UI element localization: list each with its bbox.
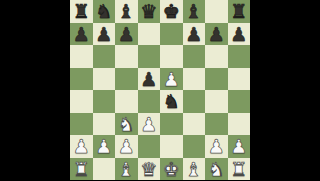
square-b7[interactable]: ♟ (93, 23, 116, 46)
black-pawn-piece[interactable]: ♟ (118, 23, 135, 45)
black-rook-piece[interactable]: ♜ (73, 0, 90, 22)
square-d5[interactable]: ♟ (138, 68, 161, 91)
square-e4[interactable]: ♞ (160, 90, 183, 113)
square-c5[interactable] (115, 68, 138, 91)
square-a2[interactable]: ♟ (70, 135, 93, 158)
square-b6[interactable] (93, 45, 116, 68)
square-f7[interactable]: ♟ (183, 23, 206, 46)
white-knight-piece[interactable]: ♞ (208, 158, 225, 180)
square-h6[interactable] (228, 45, 251, 68)
square-e8[interactable]: ♚ (160, 0, 183, 23)
square-d1[interactable]: ♛ (138, 158, 161, 181)
square-g7[interactable]: ♟ (205, 23, 228, 46)
square-h8[interactable]: ♜ (228, 0, 251, 23)
square-a8[interactable]: ♜ (70, 0, 93, 23)
black-pawn-piece[interactable]: ♟ (140, 68, 157, 90)
square-c1[interactable]: ♝ (115, 158, 138, 181)
square-a4[interactable] (70, 90, 93, 113)
white-knight-piece[interactable]: ♞ (118, 113, 135, 135)
video-frame: ♜♞♝♛♚♝♜♟♟♟♟♟♟♟♟♞♞♟♟♟♟♟♟♜♝♛♚♝♞♜ (0, 0, 320, 180)
square-d7[interactable] (138, 23, 161, 46)
square-h5[interactable] (228, 68, 251, 91)
square-b5[interactable] (93, 68, 116, 91)
square-f1[interactable]: ♝ (183, 158, 206, 181)
white-king-piece[interactable]: ♚ (163, 158, 180, 180)
black-pawn-piece[interactable]: ♟ (230, 23, 247, 45)
letterbox-left (0, 0, 70, 180)
black-pawn-piece[interactable]: ♟ (208, 23, 225, 45)
square-a3[interactable] (70, 113, 93, 136)
square-g3[interactable] (205, 113, 228, 136)
square-c6[interactable] (115, 45, 138, 68)
square-e3[interactable] (160, 113, 183, 136)
white-pawn-piece[interactable]: ♟ (73, 135, 90, 157)
square-g1[interactable]: ♞ (205, 158, 228, 181)
square-c8[interactable]: ♝ (115, 0, 138, 23)
white-pawn-piece[interactable]: ♟ (208, 135, 225, 157)
black-bishop-piece[interactable]: ♝ (185, 0, 202, 22)
square-h2[interactable]: ♟ (228, 135, 251, 158)
square-f4[interactable] (183, 90, 206, 113)
black-king-piece[interactable]: ♚ (163, 0, 180, 22)
black-pawn-piece[interactable]: ♟ (185, 23, 202, 45)
square-c3[interactable]: ♞ (115, 113, 138, 136)
square-c7[interactable]: ♟ (115, 23, 138, 46)
square-e5[interactable]: ♟ (160, 68, 183, 91)
square-e7[interactable] (160, 23, 183, 46)
white-pawn-piece[interactable]: ♟ (140, 113, 157, 135)
black-pawn-piece[interactable]: ♟ (95, 23, 112, 45)
black-rook-piece[interactable]: ♜ (230, 0, 247, 22)
square-g8[interactable] (205, 0, 228, 23)
square-b2[interactable]: ♟ (93, 135, 116, 158)
black-knight-piece[interactable]: ♞ (95, 0, 112, 22)
square-d4[interactable] (138, 90, 161, 113)
square-f8[interactable]: ♝ (183, 0, 206, 23)
square-g2[interactable]: ♟ (205, 135, 228, 158)
white-rook-piece[interactable]: ♜ (230, 158, 247, 180)
square-a1[interactable]: ♜ (70, 158, 93, 181)
black-pawn-piece[interactable]: ♟ (73, 23, 90, 45)
square-f6[interactable] (183, 45, 206, 68)
square-f3[interactable] (183, 113, 206, 136)
square-g6[interactable] (205, 45, 228, 68)
square-b3[interactable] (93, 113, 116, 136)
white-rook-piece[interactable]: ♜ (73, 158, 90, 180)
square-g5[interactable] (205, 68, 228, 91)
square-d3[interactable]: ♟ (138, 113, 161, 136)
chess-board: ♜♞♝♛♚♝♜♟♟♟♟♟♟♟♟♞♞♟♟♟♟♟♟♜♝♛♚♝♞♜ (70, 0, 250, 180)
white-bishop-piece[interactable]: ♝ (118, 158, 135, 180)
square-a5[interactable] (70, 68, 93, 91)
square-b4[interactable] (93, 90, 116, 113)
square-a7[interactable]: ♟ (70, 23, 93, 46)
square-d8[interactable]: ♛ (138, 0, 161, 23)
square-h4[interactable] (228, 90, 251, 113)
white-pawn-piece[interactable]: ♟ (118, 135, 135, 157)
square-d2[interactable] (138, 135, 161, 158)
square-c4[interactable] (115, 90, 138, 113)
square-e6[interactable] (160, 45, 183, 68)
white-pawn-piece[interactable]: ♟ (230, 135, 247, 157)
square-e2[interactable] (160, 135, 183, 158)
white-pawn-piece[interactable]: ♟ (95, 135, 112, 157)
square-h3[interactable] (228, 113, 251, 136)
white-pawn-piece[interactable]: ♟ (163, 68, 180, 90)
black-knight-piece[interactable]: ♞ (163, 90, 180, 112)
black-queen-piece[interactable]: ♛ (140, 0, 157, 22)
square-f2[interactable] (183, 135, 206, 158)
square-f5[interactable] (183, 68, 206, 91)
square-a6[interactable] (70, 45, 93, 68)
square-b1[interactable] (93, 158, 116, 181)
square-b8[interactable]: ♞ (93, 0, 116, 23)
square-e1[interactable]: ♚ (160, 158, 183, 181)
square-d6[interactable] (138, 45, 161, 68)
square-g4[interactable] (205, 90, 228, 113)
letterbox-right (250, 0, 320, 180)
white-queen-piece[interactable]: ♛ (140, 158, 157, 180)
black-bishop-piece[interactable]: ♝ (118, 0, 135, 22)
square-h1[interactable]: ♜ (228, 158, 251, 181)
square-h7[interactable]: ♟ (228, 23, 251, 46)
square-c2[interactable]: ♟ (115, 135, 138, 158)
white-bishop-piece[interactable]: ♝ (185, 158, 202, 180)
